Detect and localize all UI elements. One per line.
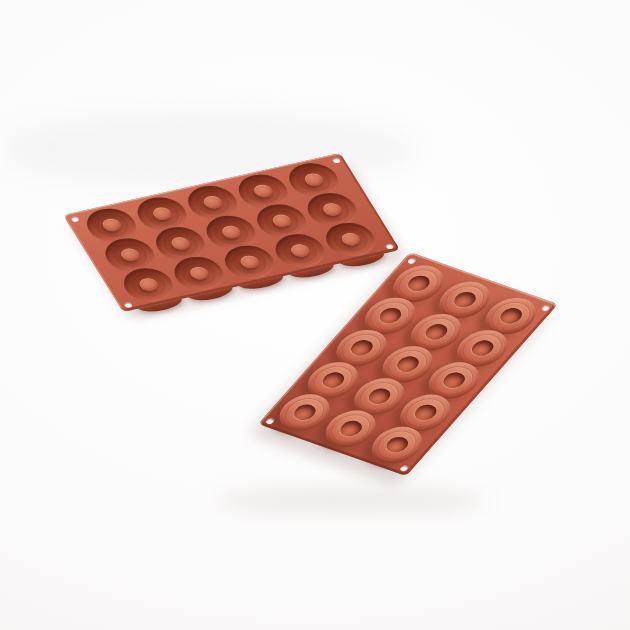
corner-hang-hole (331, 157, 341, 163)
donut-mold-tray-front (258, 252, 558, 476)
corner-hang-hole (541, 304, 552, 311)
soft-contact-shadow (215, 488, 485, 514)
product-photo-scene (0, 0, 630, 630)
corner-hang-hole (69, 216, 79, 222)
corner-hang-hole (406, 257, 417, 264)
mold-front-plate (258, 252, 558, 476)
corner-hang-hole (123, 302, 133, 308)
backdrop-gradient-band (0, 110, 420, 190)
corner-hang-hole (384, 243, 394, 249)
corner-hang-hole (265, 417, 276, 424)
corner-hang-hole (399, 464, 410, 471)
